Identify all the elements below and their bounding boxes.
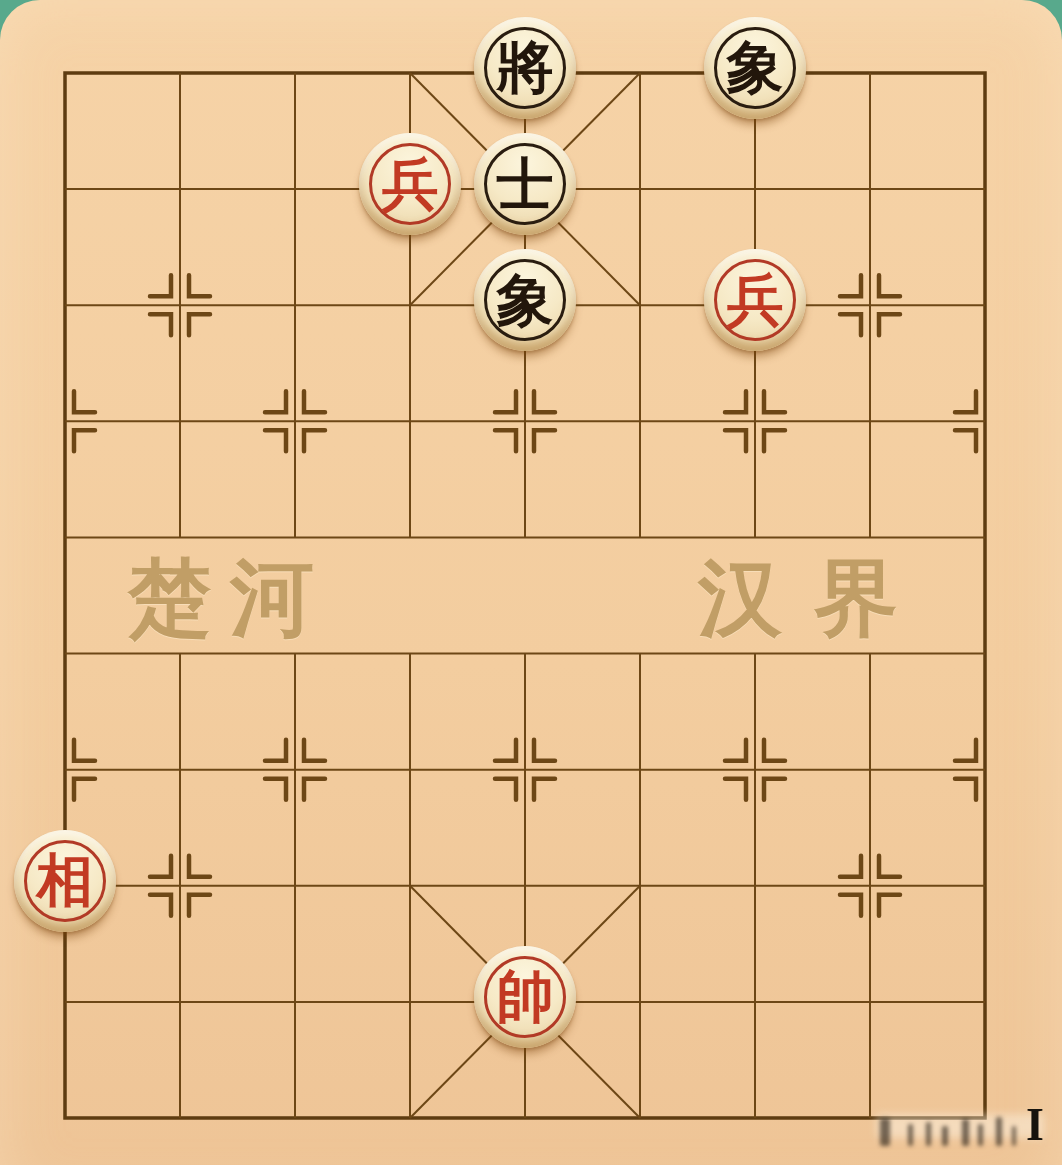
piece-red-soldier-left[interactable]: 兵	[359, 133, 461, 235]
piece-glyph: 兵	[704, 249, 806, 351]
piece-black-elephant-right[interactable]: 象	[704, 17, 806, 119]
piece-glyph: 相	[14, 830, 116, 932]
piece-glyph: 士	[474, 133, 576, 235]
piece-black-advisor[interactable]: 士	[474, 133, 576, 235]
piece-glyph: 帥	[474, 946, 576, 1048]
piece-red-soldier-right[interactable]: 兵	[704, 249, 806, 351]
piece-black-elephant-center[interactable]: 象	[474, 249, 576, 351]
piece-red-general[interactable]: 帥	[474, 946, 576, 1048]
piece-red-elephant[interactable]: 相	[14, 830, 116, 932]
piece-glyph: 兵	[359, 133, 461, 235]
piece-glyph: 將	[474, 17, 576, 119]
piece-black-general[interactable]: 將	[474, 17, 576, 119]
board-card[interactable]: 楚河 汉界 將象兵士象兵相帥 I	[0, 0, 1062, 1165]
piece-glyph: 象	[704, 17, 806, 119]
piece-glyph: 象	[474, 249, 576, 351]
piece-layer: 將象兵士象兵相帥	[8, 15, 1043, 1165]
